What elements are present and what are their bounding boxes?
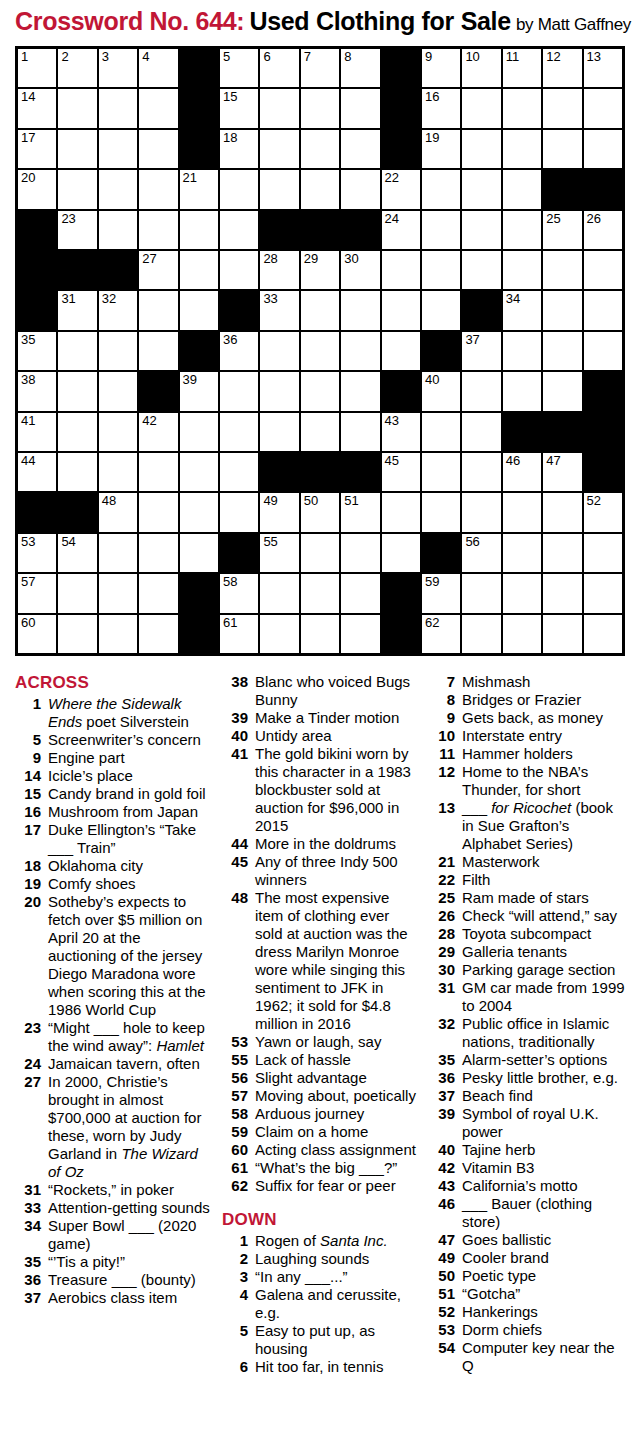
grid-cell[interactable]: 12 [543, 49, 581, 87]
clue-number: 41 [222, 745, 248, 835]
clue-text: Blanc who voiced Bugs Bunny [255, 673, 429, 709]
grid-cell[interactable]: 8 [341, 49, 379, 87]
grid-cell[interactable] [584, 251, 622, 289]
clue-item: 41The gold bikini worn by this character… [222, 745, 429, 835]
clue-text: “What’s the big ___?” [255, 1159, 429, 1177]
cell-number: 43 [385, 414, 399, 428]
grid-cell[interactable]: 6 [260, 49, 298, 87]
clue-item: 62Suffix for fear or peer [222, 1177, 429, 1195]
grid-cell[interactable] [58, 170, 96, 208]
grid-cell[interactable] [260, 332, 298, 370]
grid-cell[interactable] [139, 534, 177, 572]
grid-cell[interactable] [341, 413, 379, 451]
clue-item: 40Untidy area [222, 727, 429, 745]
grid-cell[interactable] [301, 291, 339, 329]
black-cell [180, 574, 218, 612]
clue-item: 42Vitamin B3 [429, 1159, 636, 1177]
grid-cell[interactable]: 43 [382, 413, 420, 451]
grid-cell[interactable] [180, 413, 218, 451]
grid-cell[interactable] [139, 89, 177, 127]
grid-cell[interactable] [139, 211, 177, 249]
grid-cell[interactable]: 46 [503, 453, 541, 491]
cell-number: 58 [223, 575, 237, 589]
clue-item: 23“Might ___ hole to keep the wind away”… [15, 1019, 222, 1055]
grid-cell[interactable] [58, 332, 96, 370]
grid-cell[interactable]: 11 [503, 49, 541, 87]
clue-item: 17Duke Ellington’s “Take ___ Train” [15, 821, 222, 857]
grid-cell[interactable]: 1 [18, 49, 56, 87]
grid-cell[interactable] [260, 89, 298, 127]
grid-cell[interactable] [220, 372, 258, 410]
grid-cell[interactable]: 29 [301, 251, 339, 289]
grid-cell[interactable] [382, 493, 420, 531]
grid-cell[interactable] [58, 130, 96, 168]
clue-number: 57 [222, 1087, 248, 1105]
clue-number: 39 [222, 709, 248, 727]
grid-cell[interactable] [220, 453, 258, 491]
grid-cell[interactable]: 17 [18, 130, 56, 168]
clue-item: 24Jamaican tavern, often [15, 1055, 222, 1073]
grid-cell[interactable] [422, 453, 460, 491]
grid-cell[interactable] [139, 130, 177, 168]
clue-text: Comfy shoes [48, 875, 222, 893]
grid-cell[interactable] [99, 170, 137, 208]
grid-cell[interactable] [139, 453, 177, 491]
grid-cell[interactable] [341, 615, 379, 653]
grid-cell[interactable]: 62 [422, 615, 460, 653]
grid-cell[interactable]: 22 [382, 170, 420, 208]
clue-text: “In any ___...” [255, 1268, 429, 1286]
grid-cell[interactable]: 3 [99, 49, 137, 87]
grid-cell[interactable] [220, 170, 258, 208]
grid-cell[interactable] [503, 534, 541, 572]
grid-cell[interactable]: 35 [18, 332, 56, 370]
grid-cell[interactable] [382, 291, 420, 329]
grid-cell[interactable] [99, 453, 137, 491]
clue-item: 14Icicle’s place [15, 767, 222, 785]
grid-cell[interactable] [503, 574, 541, 612]
grid-cell[interactable]: 44 [18, 453, 56, 491]
cell-number: 42 [142, 414, 156, 428]
grid-cell[interactable] [301, 574, 339, 612]
grid-cell[interactable] [503, 130, 541, 168]
clue-number: 19 [15, 875, 41, 893]
grid-cell[interactable] [503, 493, 541, 531]
clue-text: Oklahoma city [48, 857, 222, 875]
grid-cell[interactable] [180, 211, 218, 249]
grid-cell[interactable] [180, 534, 218, 572]
grid-cell[interactable] [341, 332, 379, 370]
grid-cell[interactable] [58, 615, 96, 653]
clue-number: 26 [429, 907, 455, 925]
title-puzzle-name: Used Clothing for Sale [249, 7, 510, 35]
cell-number: 33 [263, 292, 277, 306]
grid-cell[interactable]: 28 [260, 251, 298, 289]
clue-number: 32 [429, 1015, 455, 1051]
black-cell [260, 453, 298, 491]
grid-cell[interactable] [584, 574, 622, 612]
grid-cell[interactable] [462, 130, 500, 168]
clue-item: 52Hankerings [429, 1303, 636, 1321]
grid-cell[interactable]: 37 [462, 332, 500, 370]
grid-cell[interactable] [341, 372, 379, 410]
clue-item: 54Computer key near the Q [429, 1339, 636, 1375]
grid-cell[interactable] [58, 453, 96, 491]
black-cell [503, 413, 541, 451]
grid-cell[interactable]: 39 [180, 372, 218, 410]
grid-cell[interactable] [462, 89, 500, 127]
cell-number: 49 [263, 494, 277, 508]
grid-cell[interactable] [543, 251, 581, 289]
grid-cell[interactable]: 30 [341, 251, 379, 289]
grid-cell[interactable] [220, 211, 258, 249]
grid-cell[interactable] [58, 372, 96, 410]
grid-cell[interactable] [260, 130, 298, 168]
cell-number: 35 [21, 333, 35, 347]
grid-cell[interactable] [99, 372, 137, 410]
clue-number: 28 [429, 925, 455, 943]
clue-item: 35Alarm-setter’s options [429, 1051, 636, 1069]
grid-cell[interactable]: 56 [462, 534, 500, 572]
grid-cell[interactable] [139, 291, 177, 329]
crossword-grid[interactable]: 1234567891011121314151617181920212223242… [15, 46, 625, 656]
clue-number: 62 [222, 1177, 248, 1195]
clue-item: 2Laughing sounds [222, 1250, 429, 1268]
grid-cell[interactable] [462, 574, 500, 612]
clue-item: 18Oklahoma city [15, 857, 222, 875]
grid-cell[interactable]: 52 [584, 493, 622, 531]
clue-list-header-across: ACROSS [15, 673, 222, 693]
black-cell [584, 170, 622, 208]
grid-cell[interactable] [503, 372, 541, 410]
grid-cell[interactable]: 18 [220, 130, 258, 168]
clue-item: 11Hammer holders [429, 745, 636, 763]
grid-cell[interactable] [543, 89, 581, 127]
grid-cell[interactable]: 57 [18, 574, 56, 612]
grid-cell[interactable] [260, 372, 298, 410]
grid-cell[interactable]: 16 [422, 89, 460, 127]
grid-cell[interactable] [301, 332, 339, 370]
grid-cell[interactable] [99, 534, 137, 572]
cell-number: 19 [425, 131, 439, 145]
clue-number: 40 [429, 1141, 455, 1159]
clue-item: 19Comfy shoes [15, 875, 222, 893]
clue-text: Tajine herb [462, 1141, 636, 1159]
grid-cell[interactable] [99, 130, 137, 168]
clue-text: Interstate entry [462, 727, 636, 745]
grid-cell[interactable] [422, 493, 460, 531]
grid-cell[interactable] [99, 89, 137, 127]
grid-cell[interactable]: 47 [543, 453, 581, 491]
clue-text: Any of three Indy 500 winners [255, 853, 429, 889]
clue-item: 5Screenwriter’s concern [15, 731, 222, 749]
clue-text: Mushroom from Japan [48, 803, 222, 821]
clue-number: 31 [429, 979, 455, 1015]
grid-cell[interactable] [543, 615, 581, 653]
grid-cell[interactable] [422, 291, 460, 329]
grid-cell[interactable]: 41 [18, 413, 56, 451]
grid-cell[interactable] [462, 413, 500, 451]
grid-cell[interactable] [99, 574, 137, 612]
grid-cell[interactable]: 13 [584, 49, 622, 87]
clue-item: 50Poetic type [429, 1267, 636, 1285]
grid-cell[interactable] [503, 89, 541, 127]
grid-cell[interactable]: 48 [99, 493, 137, 531]
grid-cell[interactable] [341, 574, 379, 612]
grid-cell[interactable]: 23 [58, 211, 96, 249]
clue-number: 10 [429, 727, 455, 745]
clue-text: Goes ballistic [462, 1231, 636, 1249]
grid-cell[interactable] [180, 291, 218, 329]
clue-number: 13 [429, 799, 455, 853]
grid-cell[interactable]: 45 [382, 453, 420, 491]
grid-cell[interactable] [139, 615, 177, 653]
cell-number: 29 [304, 252, 318, 266]
clue-item: 30Parking garage section [429, 961, 636, 979]
clue-text: Rogen of Santa Inc. [255, 1232, 429, 1250]
clue-item: 15Candy brand in gold foil [15, 785, 222, 803]
grid-cell[interactable] [139, 493, 177, 531]
black-cell [462, 291, 500, 329]
black-cell [301, 453, 339, 491]
grid-cell[interactable] [584, 615, 622, 653]
grid-cell[interactable] [503, 332, 541, 370]
clue-number: 17 [15, 821, 41, 857]
grid-cell[interactable] [99, 211, 137, 249]
clue-item: 9Engine part [15, 749, 222, 767]
clue-item: 40Tajine herb [429, 1141, 636, 1159]
clue-number: 11 [429, 745, 455, 763]
clue-text: Arduous journey [255, 1105, 429, 1123]
clue-number: 24 [15, 1055, 41, 1073]
grid-cell[interactable]: 25 [543, 211, 581, 249]
clue-text: Where the Sidewalk Ends poet Silverstein [48, 695, 222, 731]
grid-cell[interactable] [341, 170, 379, 208]
clue-number: 21 [429, 853, 455, 871]
grid-cell[interactable] [382, 251, 420, 289]
grid-cell[interactable]: 21 [180, 170, 218, 208]
grid-cell[interactable] [139, 574, 177, 612]
grid-cell[interactable]: 20 [18, 170, 56, 208]
clue-item: 22Filth [429, 871, 636, 889]
grid-cell[interactable] [422, 413, 460, 451]
black-cell [584, 453, 622, 491]
grid-cell[interactable]: 55 [260, 534, 298, 572]
grid-cell[interactable] [462, 251, 500, 289]
black-cell [341, 211, 379, 249]
black-cell [180, 615, 218, 653]
grid-cell[interactable] [462, 170, 500, 208]
grid-cell[interactable]: 58 [220, 574, 258, 612]
grid-cell[interactable] [301, 130, 339, 168]
cell-number: 3 [102, 50, 109, 64]
grid-cell[interactable] [301, 170, 339, 208]
grid-cell[interactable]: 26 [584, 211, 622, 249]
grid-cell[interactable] [584, 130, 622, 168]
black-cell [220, 291, 258, 329]
grid-cell[interactable] [58, 574, 96, 612]
grid-cell[interactable] [462, 493, 500, 531]
grid-cell[interactable]: 9 [422, 49, 460, 87]
grid-cell[interactable] [543, 130, 581, 168]
grid-cell[interactable] [543, 291, 581, 329]
grid-cell[interactable]: 32 [99, 291, 137, 329]
cell-number: 16 [425, 90, 439, 104]
grid-cell[interactable] [260, 170, 298, 208]
grid-cell[interactable]: 38 [18, 372, 56, 410]
grid-cell[interactable] [260, 615, 298, 653]
grid-cell[interactable]: 49 [260, 493, 298, 531]
clue-item: 10Interstate entry [429, 727, 636, 745]
grid-cell[interactable] [462, 453, 500, 491]
grid-cell[interactable]: 2 [58, 49, 96, 87]
title-number-label: Crossword No. 644: [15, 7, 244, 35]
grid-cell[interactable]: 15 [220, 89, 258, 127]
grid-cell[interactable] [462, 372, 500, 410]
clue-item: 47Goes ballistic [429, 1231, 636, 1249]
grid-cell[interactable] [382, 534, 420, 572]
clue-text: Beach find [462, 1087, 636, 1105]
grid-cell[interactable] [462, 615, 500, 653]
grid-cell[interactable] [99, 332, 137, 370]
grid-cell[interactable] [543, 372, 581, 410]
clue-text: Yawn or laugh, say [255, 1033, 429, 1051]
clue-item: 57Moving about, poetically [222, 1087, 429, 1105]
grid-cell[interactable] [341, 291, 379, 329]
grid-cell[interactable]: 34 [503, 291, 541, 329]
cell-number: 52 [587, 494, 601, 508]
grid-cell[interactable] [180, 493, 218, 531]
grid-cell[interactable]: 33 [260, 291, 298, 329]
grid-cell[interactable]: 10 [462, 49, 500, 87]
clue-item: 49Cooler brand [429, 1249, 636, 1267]
clue-item: 38Blanc who voiced Bugs Bunny [222, 673, 429, 709]
grid-cell[interactable]: 51 [341, 493, 379, 531]
grid-cell[interactable] [99, 615, 137, 653]
grid-cell[interactable] [584, 332, 622, 370]
grid-cell[interactable]: 59 [422, 574, 460, 612]
grid-cell[interactable] [584, 89, 622, 127]
clue-item: 44More in the doldrums [222, 835, 429, 853]
grid-cell[interactable] [301, 372, 339, 410]
grid-cell[interactable] [543, 534, 581, 572]
black-cell [99, 251, 137, 289]
grid-cell[interactable]: 53 [18, 534, 56, 572]
grid-cell[interactable]: 54 [58, 534, 96, 572]
grid-cell[interactable] [382, 332, 420, 370]
clue-item: 28Toyota subcompact [429, 925, 636, 943]
grid-cell[interactable] [341, 534, 379, 572]
clue-item: 37Beach find [429, 1087, 636, 1105]
grid-cell[interactable] [503, 211, 541, 249]
grid-cell[interactable] [301, 413, 339, 451]
grid-cell[interactable]: 40 [422, 372, 460, 410]
grid-cell[interactable] [220, 413, 258, 451]
grid-cell[interactable]: 60 [18, 615, 56, 653]
grid-cell[interactable] [584, 534, 622, 572]
grid-cell[interactable] [58, 413, 96, 451]
grid-cell[interactable] [462, 211, 500, 249]
clue-number: 31 [15, 1181, 41, 1199]
grid-cell[interactable]: 31 [58, 291, 96, 329]
grid-cell[interactable] [58, 89, 96, 127]
grid-cell[interactable] [503, 170, 541, 208]
grid-cell[interactable] [99, 413, 137, 451]
cell-number: 4 [142, 50, 149, 64]
clue-number: 15 [15, 785, 41, 803]
grid-cell[interactable] [543, 332, 581, 370]
grid-cell[interactable] [503, 251, 541, 289]
clue-number: 40 [222, 727, 248, 745]
grid-cell[interactable] [180, 453, 218, 491]
grid-cell[interactable]: 50 [301, 493, 339, 531]
grid-cell[interactable] [503, 615, 541, 653]
grid-cell[interactable] [301, 89, 339, 127]
grid-cell[interactable]: 5 [220, 49, 258, 87]
page-title: Crossword No. 644:Used Clothing for Sale… [15, 7, 640, 36]
grid-cell[interactable] [180, 251, 218, 289]
grid-cell[interactable] [260, 413, 298, 451]
cell-number: 48 [102, 494, 116, 508]
clue-item: 48The most expensive item of clothing ev… [222, 889, 429, 1033]
clue-number: 9 [429, 709, 455, 727]
clue-text: Moving about, poetically [255, 1087, 429, 1105]
clue-item: 21Masterwork [429, 853, 636, 871]
clue-item: 39Make a Tinder motion [222, 709, 429, 727]
grid-cell[interactable] [584, 291, 622, 329]
grid-cell[interactable] [543, 493, 581, 531]
grid-cell[interactable]: 24 [382, 211, 420, 249]
grid-cell[interactable] [220, 251, 258, 289]
grid-cell[interactable]: 27 [139, 251, 177, 289]
black-cell [382, 615, 420, 653]
clue-number: 3 [222, 1268, 248, 1286]
grid-cell[interactable] [139, 332, 177, 370]
grid-cell[interactable] [139, 170, 177, 208]
black-cell [220, 534, 258, 572]
grid-cell[interactable] [543, 574, 581, 612]
clue-number: 56 [222, 1069, 248, 1087]
black-cell [18, 211, 56, 249]
grid-cell[interactable]: 4 [139, 49, 177, 87]
grid-cell[interactable] [260, 574, 298, 612]
clue-column: ACROSS1Where the Sidewalk Ends poet Silv… [15, 673, 222, 1307]
grid-cell[interactable]: 42 [139, 413, 177, 451]
grid-cell[interactable]: 14 [18, 89, 56, 127]
grid-cell[interactable] [301, 615, 339, 653]
grid-cell[interactable] [301, 534, 339, 572]
grid-cell[interactable] [422, 170, 460, 208]
grid-cell[interactable]: 36 [220, 332, 258, 370]
cell-number: 27 [142, 252, 156, 266]
black-cell [584, 413, 622, 451]
grid-cell[interactable] [341, 130, 379, 168]
grid-cell[interactable]: 19 [422, 130, 460, 168]
clue-text: California’s motto [462, 1177, 636, 1195]
clue-text: Laughing sounds [255, 1250, 429, 1268]
cell-number: 54 [61, 535, 75, 549]
clue-number: 35 [429, 1051, 455, 1069]
grid-cell[interactable]: 7 [301, 49, 339, 87]
grid-cell[interactable] [422, 211, 460, 249]
grid-cell[interactable] [341, 89, 379, 127]
grid-cell[interactable] [220, 493, 258, 531]
clue-number: 25 [429, 889, 455, 907]
clue-number: 1 [222, 1232, 248, 1250]
grid-cell[interactable]: 61 [220, 615, 258, 653]
grid-cell[interactable] [422, 251, 460, 289]
cell-number: 30 [344, 252, 358, 266]
